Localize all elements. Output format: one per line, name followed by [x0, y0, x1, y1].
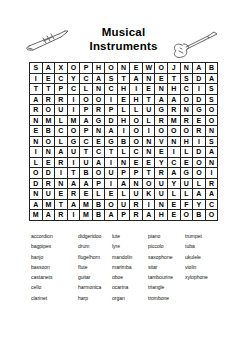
grid-cell: O: [206, 116, 219, 127]
grid-cell: R: [55, 210, 68, 221]
grid-cell: F: [181, 200, 194, 211]
grid-cell: C: [68, 84, 81, 95]
grid-cell: O: [68, 126, 81, 137]
grid-cell: G: [155, 105, 168, 116]
grid-cell: R: [168, 105, 181, 116]
grid-cell: D: [105, 116, 118, 127]
grid-cell: A: [206, 74, 219, 85]
grid-cell: S: [30, 63, 43, 74]
grid-cell: R: [43, 95, 56, 106]
grid-cell: N: [30, 137, 43, 148]
grid-cell: Y: [168, 179, 181, 190]
grid-cell: R: [55, 158, 68, 169]
word-list-item: castanets: [31, 272, 78, 282]
grid-cell: I: [105, 158, 118, 169]
grid-cell: E: [181, 158, 194, 169]
grid-cell: E: [55, 189, 68, 200]
grid-cell: O: [193, 168, 206, 179]
guitar-icon: [170, 27, 220, 59]
grid-cell: N: [30, 189, 43, 200]
grid-cell: G: [93, 116, 106, 127]
grid-cell: I: [105, 179, 118, 190]
grid-cell: E: [80, 189, 93, 200]
grid-cell: A: [168, 168, 181, 179]
word-list-item: mandolin: [112, 252, 148, 262]
grid-cell: R: [30, 105, 43, 116]
grid-cell: A: [193, 189, 206, 200]
grid-cell: H: [181, 137, 194, 148]
grid-cell: O: [155, 126, 168, 137]
grid-cell: O: [143, 179, 156, 190]
grid-cell: L: [55, 137, 68, 148]
grid-cell: P: [118, 168, 131, 179]
grid-cell: R: [68, 189, 81, 200]
grid-cell: N: [118, 158, 131, 169]
grid-cell: B: [43, 126, 56, 137]
grid-cell: G: [193, 105, 206, 116]
grid-cell: C: [105, 84, 118, 95]
grid-cell: O: [181, 126, 194, 137]
grid-cell: C: [55, 126, 68, 137]
grid-cell: P: [105, 105, 118, 116]
grid-cell: A: [105, 126, 118, 137]
grid-cell: N: [30, 116, 43, 127]
grid-cell: O: [30, 168, 43, 179]
grid-cell: N: [93, 84, 106, 95]
word-list-item: cello: [31, 282, 78, 292]
grid-cell: H: [155, 210, 168, 221]
grid-cell: C: [181, 84, 194, 95]
grid-cell: C: [80, 74, 93, 85]
grid-cell: I: [30, 147, 43, 158]
grid-cell: O: [105, 200, 118, 211]
grid-cell: K: [143, 189, 156, 200]
grid-cell: N: [143, 137, 156, 148]
grid-cell: O: [43, 137, 56, 148]
grid-cell: B: [193, 210, 206, 221]
grid-cell: A: [80, 116, 93, 127]
grid-cell: S: [206, 95, 219, 106]
grid-cell: N: [118, 63, 131, 74]
grid-cell: L: [181, 147, 194, 158]
grid-cell: S: [206, 84, 219, 95]
grid-cell: C: [55, 74, 68, 85]
grid-cell: A: [55, 147, 68, 158]
grid-cell: N: [143, 74, 156, 85]
grid-cell: O: [168, 126, 181, 137]
grid-cell: O: [93, 168, 106, 179]
grid-cell: R: [181, 116, 194, 127]
grid-cell: O: [181, 210, 194, 221]
grid-cell: E: [193, 116, 206, 127]
grid-cell: D: [43, 168, 56, 179]
grid-cell: A: [206, 147, 219, 158]
grid-cell: A: [168, 95, 181, 106]
grid-cell: S: [181, 74, 194, 85]
grid-cell: C: [80, 137, 93, 148]
grid-cell: M: [168, 116, 181, 127]
grid-cell: L: [80, 84, 93, 95]
grid-cell: T: [68, 168, 81, 179]
grid-cell: T: [118, 74, 131, 85]
grid-cell: A: [68, 179, 81, 190]
grid-cell: I: [30, 74, 43, 85]
word-list-item: piano: [148, 231, 185, 241]
grid-cell: I: [105, 95, 118, 106]
grid-cell: R: [55, 95, 68, 106]
grid-cell: T: [80, 147, 93, 158]
grid-cell: I: [193, 84, 206, 95]
grid-cell: D: [193, 74, 206, 85]
grid-cell: L: [193, 179, 206, 190]
word-list-item: triangle: [148, 282, 185, 292]
grid-cell: N: [143, 147, 156, 158]
grid-cell: T: [30, 84, 43, 95]
grid-cell: I: [193, 137, 206, 148]
grid-cell: U: [130, 189, 143, 200]
wordsearch-worksheet: Musical Instruments SAXOPHONEWOJNABIECYC…: [0, 0, 247, 350]
word-list-item: didgeridoo: [78, 231, 112, 241]
grid-cell: I: [68, 95, 81, 106]
grid-cell: E: [105, 189, 118, 200]
grid-cell: P: [130, 168, 143, 179]
grid-cell: N: [155, 84, 168, 95]
grid-cell: I: [68, 210, 81, 221]
grid-cell: T: [105, 147, 118, 158]
grid-cell: O: [181, 95, 194, 106]
grid-cell: B: [93, 200, 106, 211]
grid-cell: N: [55, 179, 68, 190]
word-list-item: sitar: [148, 262, 185, 272]
grid-cell: N: [130, 179, 143, 190]
grid-cell: G: [68, 137, 81, 148]
grid-cell: E: [43, 158, 56, 169]
word-list-item: flute: [78, 262, 112, 272]
grid-cell: L: [118, 189, 131, 200]
grid-cell: O: [193, 158, 206, 169]
grid-cell: I: [143, 200, 156, 211]
grid-cell: T: [43, 84, 56, 95]
grid-cell: O: [43, 105, 56, 116]
grid-cell: T: [55, 200, 68, 211]
grid-cell: D: [30, 179, 43, 190]
grid-cell: M: [80, 210, 93, 221]
grid-cell: R: [93, 105, 106, 116]
grid-cell: C: [130, 147, 143, 158]
grid-cell: L: [118, 105, 131, 116]
grid-cell: I: [130, 84, 143, 95]
grid-cell: U: [43, 189, 56, 200]
word-list-item: tambourine: [148, 272, 185, 282]
grid-cell: E: [168, 210, 181, 221]
word-list-item: bagpipes: [31, 241, 78, 251]
grid-cell: T: [143, 168, 156, 179]
grid-cell: P: [118, 210, 131, 221]
grid-cell: R: [206, 179, 219, 190]
grid-cell: A: [30, 95, 43, 106]
grid-cell: B: [118, 137, 131, 148]
word-list-item: flugelhorn: [78, 252, 112, 262]
grid-cell: Y: [155, 158, 168, 169]
grid-cell: O: [105, 63, 118, 74]
grid-cell: L: [181, 189, 194, 200]
grid-cell: B: [93, 210, 106, 221]
grid-cell: I: [55, 168, 68, 179]
grid-cell: U: [80, 158, 93, 169]
grid-cell: I: [206, 168, 219, 179]
grid-cell: E: [130, 158, 143, 169]
grid-cell: A: [105, 210, 118, 221]
grid-cell: N: [155, 200, 168, 211]
word-list-item: xylophone: [185, 272, 227, 282]
grid-cell: E: [155, 74, 168, 85]
grid-cell: U: [181, 179, 194, 190]
grid-cell: P: [80, 63, 93, 74]
grid-cell: U: [105, 168, 118, 179]
grid-cell: L: [168, 189, 181, 200]
grid-cell: E: [130, 63, 143, 74]
grid-cell: Y: [68, 74, 81, 85]
word-list-item: trumpet: [185, 231, 227, 241]
grid-cell: P: [80, 105, 93, 116]
grid-cell: C: [168, 158, 181, 169]
grid-cell: A: [93, 158, 106, 169]
grid-cell: P: [80, 126, 93, 137]
grid-cell: N: [181, 105, 194, 116]
grid-cell: A: [30, 200, 43, 211]
grid-cell: E: [168, 200, 181, 211]
grid-cell: R: [130, 210, 143, 221]
grid-cell: A: [43, 63, 56, 74]
grid-cell: O: [130, 137, 143, 148]
grid-cell: A: [193, 63, 206, 74]
grid-cell: A: [118, 179, 131, 190]
word-list-item: clarinet: [31, 293, 78, 303]
grid-cell: O: [206, 210, 219, 221]
word-list-item: oboe: [112, 272, 148, 282]
grid-cell: X: [55, 63, 68, 74]
grid-cell: R: [130, 200, 143, 211]
grid-cell: O: [80, 95, 93, 106]
grid-cell: O: [206, 105, 219, 116]
grid-cell: N: [206, 158, 219, 169]
grid-cell: L: [55, 116, 68, 127]
grid-cell: S: [206, 137, 219, 148]
grid-cell: E: [155, 147, 168, 158]
grid-cell: R: [193, 126, 206, 137]
word-list-item: marimba: [112, 262, 148, 272]
grid-cell: C: [93, 147, 106, 158]
grid-cell: R: [155, 168, 168, 179]
word-list-item: guitar: [78, 272, 112, 282]
grid-cell: L: [143, 116, 156, 127]
grid-cell: S: [105, 74, 118, 85]
word-list-item: ocarina: [112, 282, 148, 292]
word-list-item: drum: [78, 241, 112, 251]
grid-cell: E: [143, 84, 156, 95]
grid-cell: O: [130, 116, 143, 127]
grid-cell: C: [206, 200, 219, 211]
grid-cell: E: [143, 158, 156, 169]
grid-cell: H: [130, 95, 143, 106]
grid-cell: H: [93, 63, 106, 74]
word-list-empty: [185, 282, 227, 292]
grid-cell: N: [206, 126, 219, 137]
word-list-item: banjo: [31, 252, 78, 262]
grid-cell: A: [206, 189, 219, 200]
grid-cell: E: [43, 74, 56, 85]
word-list-item: saxophone: [148, 252, 185, 262]
grid-cell: L: [93, 189, 106, 200]
grid-cell: I: [168, 147, 181, 158]
grid-cell: T: [143, 95, 156, 106]
grid-cell: N: [181, 63, 194, 74]
word-list-item: harmonica: [78, 282, 112, 292]
grid-cell: I: [68, 158, 81, 169]
grid-cell: E: [93, 137, 106, 148]
grid-cell: O: [68, 63, 81, 74]
grid-cell: L: [118, 147, 131, 158]
word-list-item: lyre: [112, 241, 148, 251]
grid-cell: M: [68, 116, 81, 127]
grid-cell: N: [168, 137, 181, 148]
grid-cell: U: [55, 105, 68, 116]
grid-cell: A: [93, 74, 106, 85]
grid-cell: J: [168, 63, 181, 74]
grid-cell: U: [143, 105, 156, 116]
grid-cell: B: [206, 63, 219, 74]
grid-cell: E: [30, 126, 43, 137]
grid-cell: H: [168, 84, 181, 95]
grid-cell: D: [193, 95, 206, 106]
grid-cell: U: [118, 200, 131, 211]
grid-cell: I: [143, 126, 156, 137]
grid-cell: M: [43, 116, 56, 127]
grid-cell: U: [68, 147, 81, 158]
grid-cell: U: [155, 189, 168, 200]
grid-cell: T: [168, 74, 181, 85]
grid-cell: A: [43, 210, 56, 221]
grid-cell: O: [93, 95, 106, 106]
grid-cell: G: [181, 168, 194, 179]
word-list-item: trombone: [148, 293, 185, 303]
grid-cell: D: [193, 147, 206, 158]
grid-cell: R: [43, 179, 56, 190]
grid-cell: I: [68, 105, 81, 116]
word-list-item: accordion: [31, 231, 78, 241]
grid-cell: W: [143, 63, 156, 74]
grid-cell: P: [55, 84, 68, 95]
word-list-item: piccolo: [148, 241, 185, 251]
grid-cell: E: [118, 95, 131, 106]
grid-cell: U: [155, 179, 168, 190]
word-list-item: organ: [112, 293, 148, 303]
word-list-item: bassoon: [31, 262, 78, 272]
grid-cell: V: [155, 137, 168, 148]
word-list-item: tuba: [185, 241, 227, 251]
grid-cell: N: [93, 126, 106, 137]
grid-cell: G: [105, 137, 118, 148]
word-list-item: violin: [185, 262, 227, 272]
grid-cell: P: [93, 179, 106, 190]
word-list-item: ukulele: [185, 252, 227, 262]
word-list: accordiondidgeridoolutepianotrumpetbagpi…: [31, 231, 227, 303]
grid-cell: L: [30, 158, 43, 169]
grid-cell: H: [118, 84, 131, 95]
grid-cell: A: [155, 95, 168, 106]
word-list-empty: [185, 293, 227, 303]
grid-cell: R: [155, 116, 168, 127]
grid-cell: O: [130, 126, 143, 137]
word-list-item: lute: [112, 231, 148, 241]
grid-cell: N: [43, 147, 56, 158]
grid-cell: I: [118, 126, 131, 137]
word-list-item: harp: [78, 293, 112, 303]
wordsearch-grid: SAXOPHONEWOJNABIECYCASTANETSDATTPCLNCHIE…: [29, 62, 218, 221]
grid-cell: B: [80, 168, 93, 179]
grid-cell: A: [80, 179, 93, 190]
grid-cell: L: [130, 105, 143, 116]
grid-cell: A: [68, 200, 81, 211]
grid-cell: H: [118, 116, 131, 127]
grid-cell: O: [155, 63, 168, 74]
grid-cell: A: [130, 74, 143, 85]
grid-cell: M: [43, 200, 56, 211]
grid-cell: M: [80, 200, 93, 211]
grid-cell: M: [30, 210, 43, 221]
grid-cell: Y: [193, 200, 206, 211]
grid-cell: A: [143, 210, 156, 221]
